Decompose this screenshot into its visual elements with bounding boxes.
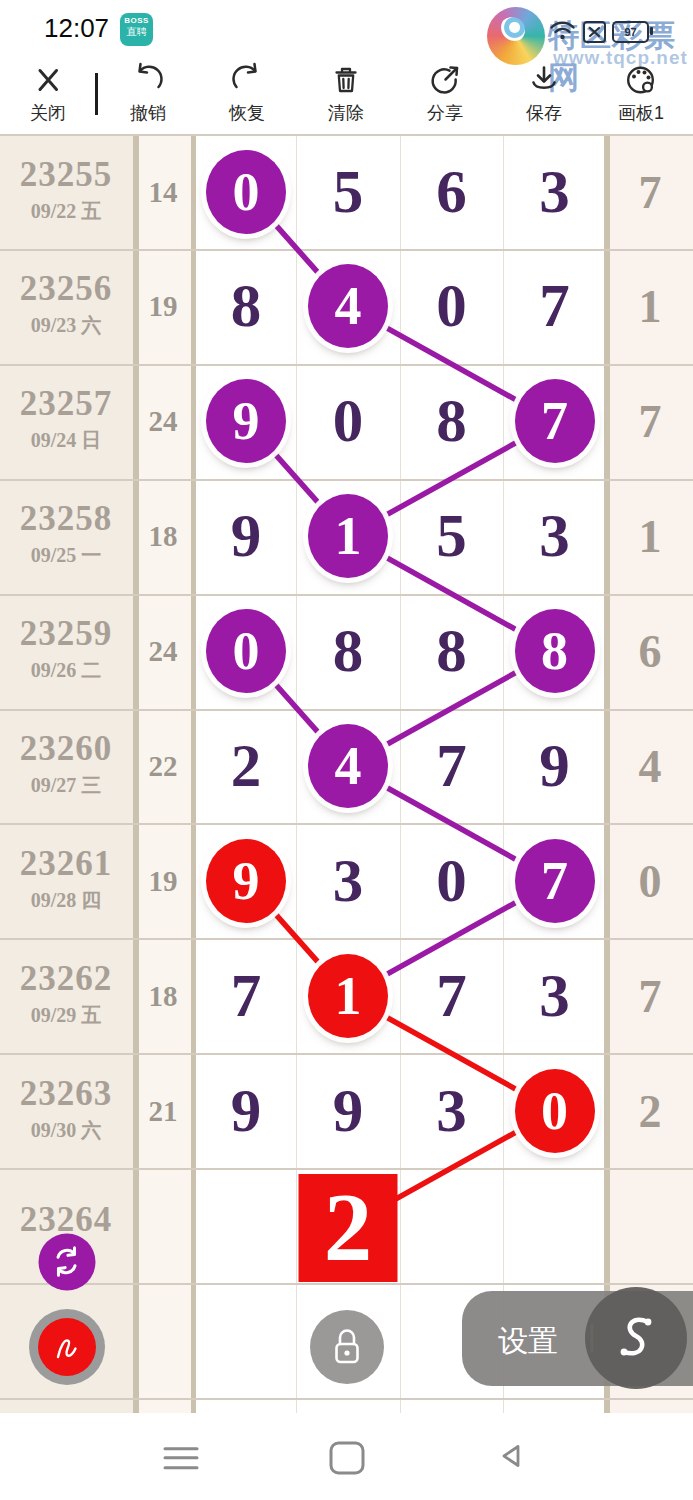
marked-digit-purple[interactable]: 0: [206, 609, 286, 693]
save-icon: [526, 62, 562, 98]
digit-cell: 8: [333, 616, 364, 686]
sum-cell: 22: [149, 750, 178, 783]
tail-cell: 7: [639, 395, 662, 448]
signature-icon: [48, 1328, 86, 1366]
tail-cell: 7: [639, 969, 662, 1022]
row-border: [0, 709, 693, 711]
digit-cell: 0: [436, 846, 467, 916]
sum-cell: 21: [149, 1094, 178, 1127]
recent-apps-button[interactable]: [164, 1440, 199, 1476]
digit-cell: 0: [333, 386, 364, 456]
marked-digit-value: 9: [233, 850, 260, 912]
row-border: [0, 249, 693, 251]
issue-cell: 23257: [20, 384, 113, 424]
row-border: [0, 134, 693, 136]
palette-icon: [623, 62, 659, 98]
row-border: [0, 823, 693, 825]
marked-digit-value: 0: [233, 161, 260, 223]
digit-cell: 3: [539, 501, 570, 571]
digit-cell: 8: [436, 616, 467, 686]
marked-digit-value: 0: [541, 1080, 568, 1142]
sum-cell: 19: [149, 864, 178, 897]
marked-digit-red[interactable]: 9: [206, 839, 286, 923]
sum-cell: 18: [149, 979, 178, 1012]
home-icon: [330, 1442, 365, 1475]
issue-cell: 23256: [20, 269, 113, 309]
digit-cell: 9: [333, 1076, 364, 1146]
save-button[interactable]: 保存: [499, 62, 589, 140]
watermark-logo: [487, 7, 545, 65]
marked-digit-value: 7: [541, 390, 568, 452]
digit-cell: 3: [333, 846, 364, 916]
marked-digit-red[interactable]: 0: [515, 1069, 595, 1153]
marked-digit-purple[interactable]: 0: [206, 150, 286, 234]
share-icon: [427, 62, 463, 98]
digit-cell: 3: [436, 1076, 467, 1146]
sum-cell: 24: [149, 635, 178, 668]
home-button[interactable]: [330, 1442, 365, 1475]
sum-cell: 18: [149, 520, 178, 553]
digit-cell: 5: [436, 501, 467, 571]
row-border: [0, 938, 693, 940]
lock-button[interactable]: [310, 1310, 384, 1384]
tail-cell: 6: [639, 625, 662, 678]
boss-zhipin-badge: BOSS 直聘: [120, 13, 153, 46]
date-cell: 09/24 日: [31, 427, 102, 454]
digit-cell: 9: [539, 731, 570, 801]
marked-digit-purple[interactable]: 4: [308, 264, 388, 348]
toolbar-label: 关闭: [3, 101, 93, 125]
sum-cell: 14: [149, 175, 178, 208]
close-icon: [30, 62, 66, 98]
no-sim-icon: [583, 21, 606, 43]
toolbar-label: 画板1: [596, 101, 686, 125]
marked-digit-purple[interactable]: 7: [515, 379, 595, 463]
issue-cell: 23258: [20, 499, 113, 539]
date-cell: 09/29 五: [31, 1001, 102, 1028]
row-border: [0, 1398, 693, 1400]
sum-cell: 19: [149, 290, 178, 323]
badge-line2: 直聘: [120, 27, 153, 37]
digit-cell: 7: [436, 731, 467, 801]
signature-button-inner: [38, 1318, 96, 1376]
back-button[interactable]: [497, 1442, 525, 1474]
canvas-button[interactable]: 画板1: [596, 62, 686, 140]
tail-cell: 4: [639, 740, 662, 793]
digit-cell: 2: [231, 731, 262, 801]
toolbar-label: 保存: [499, 101, 589, 125]
toolbar-divider: [95, 73, 98, 115]
trash-icon: [328, 62, 364, 98]
marked-digit-purple[interactable]: 8: [515, 609, 595, 693]
clear-button[interactable]: 清除: [301, 62, 391, 140]
sum-cell: 24: [149, 405, 178, 438]
marked-digit-purple[interactable]: 4: [308, 724, 388, 808]
digit-cell: 8: [436, 386, 467, 456]
issue-cell: 23263: [20, 1074, 113, 1114]
border-thin: [296, 134, 297, 1413]
back-icon: [497, 1442, 525, 1470]
prediction-square[interactable]: 2: [299, 1174, 398, 1282]
digit-cell: 3: [539, 157, 570, 227]
marked-digit-red[interactable]: 1: [308, 954, 388, 1038]
marked-digit-value: 1: [335, 965, 362, 1027]
row-border: [0, 1283, 693, 1285]
tail-cell: 2: [639, 1084, 662, 1137]
border-thin: [503, 134, 504, 1413]
marked-digit-value: 0: [233, 620, 260, 682]
trend-chart-board: 2325509/22 五14056372325609/23 六198407123…: [0, 134, 693, 1413]
tail-cell: 1: [639, 280, 662, 333]
close-button[interactable]: 关闭: [3, 62, 93, 140]
s-curve-icon: [610, 1310, 662, 1366]
redo-icon: [229, 62, 265, 98]
toolbar-label: 分享: [400, 101, 490, 125]
row-border: [0, 1168, 693, 1170]
signature-button[interactable]: [29, 1309, 105, 1385]
marked-digit-value: 4: [335, 275, 362, 337]
battery-icon: 97: [612, 21, 649, 43]
issue-cell: 23255: [20, 155, 113, 195]
toolbar-label: 清除: [301, 101, 391, 125]
digit-cell: 5: [333, 157, 364, 227]
digit-cell: 0: [436, 271, 467, 341]
settings-panel[interactable]: 设置 |: [462, 1291, 693, 1386]
issue-cell: 23259: [20, 614, 113, 654]
prediction-value: 2: [324, 1179, 373, 1276]
toolbar-label: 撤销: [103, 101, 193, 125]
digit-cell: 7: [436, 961, 467, 1031]
issue-cell: 23260: [20, 729, 113, 769]
digit-cell: 8: [231, 271, 262, 341]
tail-cell: 7: [639, 165, 662, 218]
undo-icon: [130, 62, 166, 98]
s-curve-button[interactable]: [585, 1287, 687, 1389]
border-thin: [400, 134, 401, 1413]
date-cell: 09/27 三: [31, 772, 102, 799]
issue-cell: 23261: [20, 844, 113, 884]
refresh-icon: [50, 1245, 84, 1279]
digit-cell: 9: [231, 501, 262, 571]
marked-digit-value: 8: [541, 620, 568, 682]
date-cell: 09/23 六: [31, 312, 102, 339]
marked-digit-value: 7: [541, 850, 568, 912]
marked-digit-value: 9: [233, 390, 260, 452]
tail-cell: 1: [639, 510, 662, 563]
marked-digit-value: 1: [335, 505, 362, 567]
marked-digit-purple[interactable]: 7: [515, 839, 595, 923]
menu-icon: [164, 1447, 199, 1450]
date-cell: 09/25 一: [31, 542, 102, 569]
row-border: [0, 1053, 693, 1055]
row-border: [0, 479, 693, 481]
marked-digit-value: 4: [335, 735, 362, 797]
tail-cell: 0: [639, 854, 662, 907]
row-border: [0, 364, 693, 366]
redo-button[interactable]: 恢复: [202, 62, 292, 140]
marked-digit-purple[interactable]: 1: [308, 494, 388, 578]
issue-cell: 23262: [20, 959, 113, 999]
digit-cell: 7: [539, 271, 570, 341]
refresh-button[interactable]: [38, 1233, 95, 1290]
marked-digit-purple[interactable]: 9: [206, 379, 286, 463]
clock: 12:07: [44, 13, 109, 44]
digit-cell: 7: [231, 961, 262, 1031]
badge-line1: BOSS: [120, 17, 153, 25]
wifi-icon: [549, 20, 576, 41]
lock-icon: [327, 1325, 367, 1369]
digit-cell: 6: [436, 157, 467, 227]
settings-label[interactable]: 设置: [498, 1321, 558, 1362]
digit-cell: 3: [539, 961, 570, 1031]
date-cell: 09/30 六: [31, 1116, 102, 1143]
date-cell: 09/26 二: [31, 657, 102, 684]
app-screen: 12:07 BOSS 直聘 特区彩票网 www.tqcp.net 97 关闭 撤…: [0, 0, 693, 1500]
undo-button[interactable]: 撤销: [103, 62, 193, 140]
toolbar-label: 恢复: [202, 101, 292, 125]
date-cell: 09/22 五: [31, 197, 102, 224]
date-cell: 09/28 四: [31, 886, 102, 913]
row-border: [0, 594, 693, 596]
digit-cell: 9: [231, 1076, 262, 1146]
share-button[interactable]: 分享: [400, 62, 490, 140]
